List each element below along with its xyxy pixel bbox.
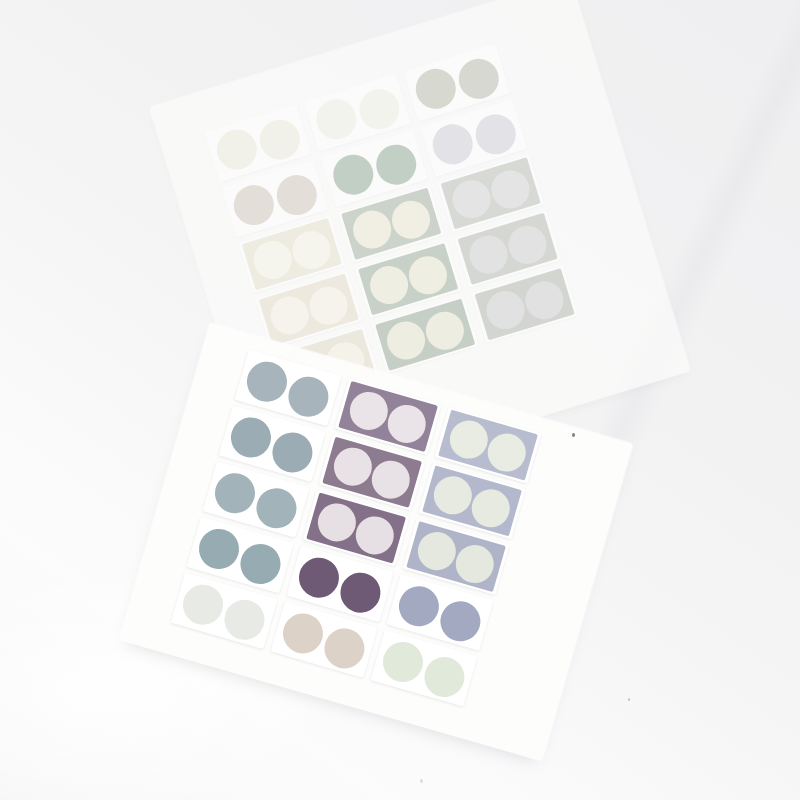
sticker-dot	[255, 115, 305, 165]
block-cutout-circle	[249, 236, 296, 283]
block-cutout-circle	[521, 277, 568, 324]
block-cutout-circle	[467, 485, 514, 532]
block-cutout-circle	[266, 292, 313, 339]
sticker-dot	[378, 637, 427, 686]
dust-speck	[572, 433, 575, 437]
block-cutout-circle	[345, 387, 392, 434]
block-cutout-circle	[348, 206, 395, 253]
block-cutout-circle	[445, 416, 492, 463]
block-cutout-circle	[365, 261, 412, 308]
sticker-dot	[210, 469, 259, 518]
block-cutout-circle	[313, 499, 360, 546]
block-cutout-circle	[465, 231, 512, 278]
block-cutout-circle	[429, 472, 476, 519]
sticker-dot	[220, 595, 269, 644]
block-cutout-circle	[413, 528, 460, 575]
block-cutout-circle	[305, 282, 352, 329]
sticker-dot	[471, 109, 521, 159]
block-cutout-circle	[288, 226, 335, 273]
sticker-dot	[229, 180, 279, 230]
sticker-dot	[411, 64, 461, 114]
sticker-dot	[420, 652, 469, 701]
block-cutout-circle	[504, 221, 551, 268]
block-cutout-circle	[404, 252, 451, 299]
sticker-dot	[320, 624, 369, 673]
sticker-dot	[252, 484, 301, 533]
sticker-dot	[294, 553, 343, 602]
sticker-dot	[311, 94, 361, 144]
sticker-dot	[428, 119, 478, 169]
sticker-dot	[354, 84, 404, 134]
sticker-dot	[212, 125, 262, 175]
block-cutout-circle	[387, 196, 434, 243]
block-cutout-circle	[448, 175, 495, 222]
block-cutout-circle	[487, 166, 534, 213]
sticker-dot	[284, 372, 333, 421]
block-cutout-circle	[421, 307, 468, 354]
sticker-dot	[194, 524, 243, 573]
block-cutout-circle	[482, 286, 529, 333]
block-cutout-circle	[329, 443, 376, 490]
block-cutout-circle	[383, 400, 430, 447]
block-cutout-circle	[367, 456, 414, 503]
sticker-dot	[394, 582, 443, 631]
sticker-dot	[226, 413, 275, 462]
sticker-dot	[268, 428, 317, 477]
sticker-dot	[272, 170, 322, 220]
dust-speck	[628, 698, 630, 701]
sticker-dot	[328, 150, 378, 200]
sticker-dot	[336, 568, 385, 617]
sticker-dot	[436, 597, 485, 646]
dust-speck	[420, 779, 423, 783]
photo-canvas	[0, 0, 800, 800]
sticker-dot	[278, 609, 327, 658]
block-cutout-circle	[351, 512, 398, 559]
sticker-dot	[242, 357, 291, 406]
sticker-dot	[454, 54, 504, 104]
sticker-dot	[236, 539, 285, 588]
sticker-dot	[178, 580, 227, 629]
sticker-sheet-front-grid	[171, 350, 542, 707]
block-cutout-circle	[382, 317, 429, 364]
sticker-dot	[371, 140, 421, 190]
block-cutout-circle	[451, 541, 498, 588]
block-cutout-circle	[483, 429, 530, 476]
